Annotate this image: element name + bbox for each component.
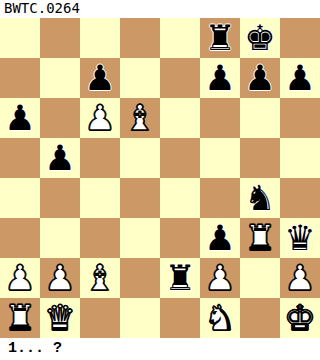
square-e5[interactable]	[160, 138, 200, 178]
move-prompt: 1... ?	[0, 338, 320, 360]
square-g1[interactable]	[240, 298, 280, 338]
white-knight: ♞	[204, 298, 235, 338]
white-pawn: ♟	[4, 258, 35, 298]
square-f6[interactable]	[200, 98, 240, 138]
square-e7[interactable]	[160, 58, 200, 98]
puzzle-title: BWTC.0264	[0, 0, 320, 18]
square-a3[interactable]	[0, 218, 40, 258]
black-pawn: ♟	[204, 58, 235, 98]
white-bishop: ♝	[124, 98, 155, 138]
square-d2[interactable]	[120, 258, 160, 298]
square-f8[interactable]: ♜	[200, 18, 240, 58]
square-b7[interactable]	[40, 58, 80, 98]
black-knight: ♞	[244, 178, 275, 218]
square-a7[interactable]	[0, 58, 40, 98]
black-king: ♚	[244, 18, 275, 58]
white-pawn: ♟	[284, 258, 315, 298]
white-rook: ♜	[4, 298, 35, 338]
square-e1[interactable]	[160, 298, 200, 338]
square-f5[interactable]	[200, 138, 240, 178]
square-d1[interactable]	[120, 298, 160, 338]
square-b8[interactable]	[40, 18, 80, 58]
square-c7[interactable]: ♟	[80, 58, 120, 98]
white-rook: ♜	[244, 218, 275, 258]
square-a6[interactable]: ♟	[0, 98, 40, 138]
square-c1[interactable]	[80, 298, 120, 338]
black-pawn: ♟	[284, 58, 315, 98]
square-b1[interactable]: ♛	[40, 298, 80, 338]
square-d6[interactable]: ♝	[120, 98, 160, 138]
square-c6[interactable]: ♟	[80, 98, 120, 138]
black-rook: ♜	[204, 18, 235, 58]
square-f2[interactable]: ♟	[200, 258, 240, 298]
black-rook: ♜	[164, 258, 195, 298]
square-e8[interactable]	[160, 18, 200, 58]
square-f4[interactable]	[200, 178, 240, 218]
chess-puzzle-window: BWTC.0264 ♜♚♟♟♟♟♟♟♝♟♞♟♜♛♟♟♝♜♟♟♜♛♞♚ 1... …	[0, 0, 320, 360]
square-b2[interactable]: ♟	[40, 258, 80, 298]
square-g8[interactable]: ♚	[240, 18, 280, 58]
square-e6[interactable]	[160, 98, 200, 138]
square-a8[interactable]	[0, 18, 40, 58]
white-queen: ♛	[44, 298, 75, 338]
square-b3[interactable]	[40, 218, 80, 258]
square-d5[interactable]	[120, 138, 160, 178]
white-bishop: ♝	[84, 258, 115, 298]
square-g6[interactable]	[240, 98, 280, 138]
square-f7[interactable]: ♟	[200, 58, 240, 98]
square-b6[interactable]	[40, 98, 80, 138]
square-c8[interactable]	[80, 18, 120, 58]
square-c5[interactable]	[80, 138, 120, 178]
black-pawn: ♟	[84, 58, 115, 98]
square-h8[interactable]	[280, 18, 320, 58]
square-g7[interactable]: ♟	[240, 58, 280, 98]
black-pawn: ♟	[44, 138, 75, 178]
square-f3[interactable]: ♟	[200, 218, 240, 258]
square-h1[interactable]: ♚	[280, 298, 320, 338]
square-e4[interactable]	[160, 178, 200, 218]
black-pawn: ♟	[4, 98, 35, 138]
white-king: ♚	[284, 298, 315, 338]
square-b5[interactable]: ♟	[40, 138, 80, 178]
square-g4[interactable]: ♞	[240, 178, 280, 218]
white-pawn: ♟	[44, 258, 75, 298]
square-d8[interactable]	[120, 18, 160, 58]
square-a2[interactable]: ♟	[0, 258, 40, 298]
chess-board: ♜♚♟♟♟♟♟♟♝♟♞♟♜♛♟♟♝♜♟♟♜♛♞♚	[0, 18, 320, 338]
square-d3[interactable]	[120, 218, 160, 258]
square-c3[interactable]	[80, 218, 120, 258]
square-b4[interactable]	[40, 178, 80, 218]
square-h7[interactable]: ♟	[280, 58, 320, 98]
square-h2[interactable]: ♟	[280, 258, 320, 298]
square-d4[interactable]	[120, 178, 160, 218]
square-g3[interactable]: ♜	[240, 218, 280, 258]
square-a5[interactable]	[0, 138, 40, 178]
square-g5[interactable]	[240, 138, 280, 178]
square-h4[interactable]	[280, 178, 320, 218]
black-pawn: ♟	[204, 218, 235, 258]
square-h3[interactable]: ♛	[280, 218, 320, 258]
square-a1[interactable]: ♜	[0, 298, 40, 338]
square-a4[interactable]	[0, 178, 40, 218]
square-h6[interactable]	[280, 98, 320, 138]
black-pawn: ♟	[244, 58, 275, 98]
square-c2[interactable]: ♝	[80, 258, 120, 298]
white-pawn: ♟	[204, 258, 235, 298]
square-h5[interactable]	[280, 138, 320, 178]
square-e3[interactable]	[160, 218, 200, 258]
square-g2[interactable]	[240, 258, 280, 298]
square-f1[interactable]: ♞	[200, 298, 240, 338]
square-e2[interactable]: ♜	[160, 258, 200, 298]
black-queen: ♛	[284, 218, 315, 258]
square-d7[interactable]	[120, 58, 160, 98]
square-c4[interactable]	[80, 178, 120, 218]
white-pawn: ♟	[84, 98, 115, 138]
